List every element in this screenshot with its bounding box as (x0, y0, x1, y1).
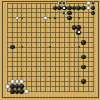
grid-line (93, 3, 94, 92)
black-stone (81, 40, 86, 45)
black-stone (67, 11, 72, 16)
black-stone (81, 65, 86, 70)
black-stone (67, 6, 72, 11)
stone-marker (54, 17, 56, 19)
screenshot (0, 0, 100, 100)
star-point (21, 46, 23, 48)
white-stone (24, 89, 29, 94)
grid-line (88, 3, 89, 92)
star-point (49, 46, 51, 48)
black-stone (76, 25, 81, 30)
star-point (21, 17, 23, 19)
black-stone (10, 45, 15, 50)
grid-line (74, 3, 75, 92)
black-stone (19, 84, 24, 89)
stone-marker (92, 2, 94, 4)
stone-marker (59, 2, 61, 4)
white-stone (10, 79, 15, 84)
grid-line (7, 71, 94, 72)
grid-line (59, 3, 60, 92)
black-stone (81, 79, 86, 84)
black-stone (10, 84, 15, 89)
stone-marker (64, 2, 66, 4)
white-stone (86, 6, 91, 11)
grid-line (7, 52, 94, 53)
star-point (49, 17, 51, 19)
grid-line (64, 3, 65, 92)
stone-marker (64, 12, 66, 14)
stone-marker (78, 32, 80, 34)
grid-line (7, 61, 94, 62)
stone-marker (64, 7, 66, 9)
white-stone (19, 79, 24, 84)
go-board[interactable] (0, 0, 100, 100)
black-stone (10, 89, 15, 94)
black-stone (76, 30, 81, 35)
white-stone (86, 1, 91, 6)
black-stone (67, 16, 72, 21)
black-stone (81, 55, 86, 60)
star-point (78, 46, 80, 48)
white-stone (43, 16, 48, 21)
star-point (78, 17, 80, 19)
